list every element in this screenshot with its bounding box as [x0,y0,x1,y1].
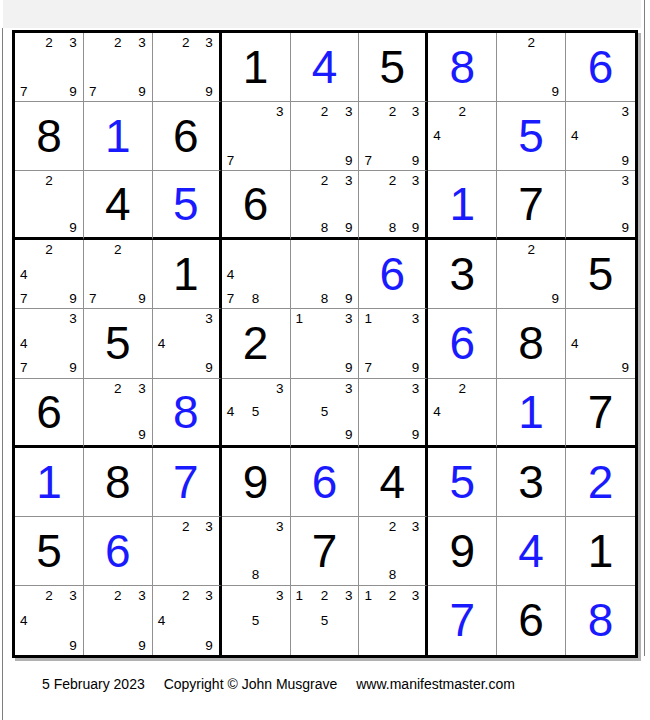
pencil-mark: 1 [360,310,372,326]
pencil-marks: 239 [292,103,358,169]
pencil-mark: 3 [345,172,358,188]
pencil-mark: 3 [412,172,425,188]
cell-r4c3[interactable]: 1 [153,240,222,309]
cell-value: 7 [428,586,496,655]
pencil-marks: 279 [85,241,151,307]
pencil-mark: 9 [138,428,151,444]
pencil-mark: 9 [69,292,82,308]
pencil-mark: 4 [154,614,166,628]
cell-r3c9[interactable]: 39 [566,171,635,240]
pencil-mark: 9 [412,221,425,237]
pencil-marks: 2389 [360,172,424,236]
pencil-mark: 9 [205,639,218,655]
cell-value: 6 [84,517,152,585]
cell-r2c5[interactable]: 239 [291,102,360,171]
cell-value: 6 [222,171,290,237]
cell-r9c9[interactable]: 8 [566,586,635,655]
pencil-mark: 3 [205,518,218,534]
pencil-marks: 123 [360,587,424,654]
cell-r2c2[interactable]: 1 [84,102,153,171]
cell-value: 5 [84,309,152,377]
cell-r5c5[interactable]: 139 [291,309,360,378]
pencil-mark: 2 [389,172,397,188]
cell-value: 1 [222,33,290,101]
pencil-marks: 24 [429,380,495,444]
pencil-mark: 9 [552,292,565,308]
pencil-mark: 5 [321,614,329,628]
cell-value: 6 [291,448,359,516]
pencil-marks: 2349 [16,587,82,654]
pencil-mark: 3 [412,103,425,119]
cell-r2c8[interactable]: 5 [497,102,566,171]
cell-value: 5 [153,171,219,237]
pencil-mark: 2 [527,34,535,50]
pencil-marks: 239 [154,34,218,100]
cell-r1c7[interactable]: 8 [428,33,497,102]
pencil-mark: 3 [69,587,82,603]
cell-value: 1 [153,240,219,308]
window-left-edge [2,28,3,720]
cell-r6c6[interactable]: 39 [359,379,428,448]
pencil-mark: 2 [321,103,329,119]
pencil-marks: 89 [292,241,358,307]
cell-r9c1[interactable]: 2349 [15,586,84,655]
cell-r2c4[interactable]: 37 [222,102,291,171]
pencil-mark: 8 [321,292,329,308]
cell-value: 5 [566,240,635,308]
cell-r2c9[interactable]: 349 [566,102,635,171]
pencil-mark: 9 [138,292,151,308]
pencil-marks: 3479 [16,310,82,376]
pencil-mark: 3 [345,380,358,396]
cell-r8c6[interactable]: 238 [359,517,428,586]
cell-value: 5 [497,102,565,170]
cell-r6c8[interactable]: 1 [497,379,566,448]
pencil-mark: 7 [360,361,372,377]
pencil-mark: 2 [45,587,53,603]
cell-r3c8[interactable]: 7 [497,171,566,240]
pencil-mark: 9 [412,154,425,170]
cell-r4c2[interactable]: 279 [84,240,153,309]
cell-value: 8 [84,448,152,516]
pencil-marks: 29 [16,172,82,236]
pencil-marks: 478 [223,241,289,307]
pencil-mark: 4 [223,268,235,282]
cell-value: 6 [359,240,425,308]
pencil-mark: 1 [292,310,304,326]
cell-value: 5 [15,517,83,585]
cell-r4c1[interactable]: 2479 [15,240,84,309]
cell-r4c9[interactable]: 5 [566,240,635,309]
pencil-marks: 349 [567,103,634,169]
pencil-mark: 3 [412,587,425,603]
cell-value: 7 [566,379,635,445]
pencil-mark: 4 [223,405,235,419]
pencil-mark: 9 [621,154,634,170]
footer-website: www.manifestmaster.com [356,676,515,692]
cell-r7c7[interactable]: 5 [428,448,497,517]
pencil-mark: 7 [360,154,372,170]
pencil-mark: 1 [360,587,372,603]
sudoku-board: 2379237923914582968163723923792453492945… [12,30,638,658]
cell-r1c4[interactable]: 1 [222,33,291,102]
cell-r6c1[interactable]: 6 [15,379,84,448]
pencil-mark: 3 [345,103,358,119]
cell-r1c9[interactable]: 6 [566,33,635,102]
pencil-mark: 9 [345,154,358,170]
cell-r6c5[interactable]: 359 [291,379,360,448]
pencil-mark: 9 [552,85,565,101]
cell-r3c3[interactable]: 5 [153,171,222,240]
pencil-mark: 2 [45,34,53,50]
pencil-mark: 2 [182,34,190,50]
cell-r3c1[interactable]: 29 [15,171,84,240]
cell-r7c2[interactable]: 8 [84,448,153,517]
pencil-marks: 35 [223,587,289,654]
pencil-mark: 8 [321,221,329,237]
cell-r8c1[interactable]: 5 [15,517,84,586]
pencil-mark: 1 [292,587,304,603]
pencil-marks: 39 [567,172,634,236]
cell-r5c8[interactable]: 8 [497,309,566,378]
cell-r1c3[interactable]: 239 [153,33,222,102]
cell-r4c7[interactable]: 3 [428,240,497,309]
cell-r1c5[interactable]: 4 [291,33,360,102]
pencil-mark: 7 [16,361,28,377]
cell-r8c4[interactable]: 38 [222,517,291,586]
cell-r9c6[interactable]: 123 [359,586,428,655]
pencil-mark: 9 [69,361,82,377]
pencil-mark: 2 [459,380,467,396]
pencil-mark: 8 [389,221,397,237]
pencil-mark: 3 [69,310,82,326]
cell-value: 9 [222,448,290,516]
cell-r7c5[interactable]: 6 [291,448,360,517]
pencil-mark: 4 [429,129,441,143]
pencil-mark: 2 [321,172,329,188]
cell-value: 4 [291,33,359,101]
cell-r7c3[interactable]: 7 [153,448,222,517]
cell-value: 7 [291,517,359,585]
pencil-marks: 1235 [292,587,358,654]
cell-r1c6[interactable]: 5 [359,33,428,102]
footer: 5 February 2023 Copyright © John Musgrav… [42,676,515,692]
pencil-mark: 3 [412,310,425,326]
pencil-mark: 2 [45,172,53,188]
pencil-marks: 29 [498,241,564,307]
cell-r1c8[interactable]: 29 [497,33,566,102]
pencil-marks: 2479 [16,241,82,307]
cell-value: 6 [428,309,496,377]
pencil-mark: 3 [345,587,358,603]
pencil-mark: 3 [138,34,151,50]
pencil-mark: 2 [114,380,122,396]
pencil-mark: 2 [389,518,397,534]
cell-value: 3 [497,448,565,516]
pencil-mark: 9 [345,428,358,444]
cell-r5c9[interactable]: 49 [566,309,635,378]
cell-r4c5[interactable]: 89 [291,240,360,309]
cell-r4c6[interactable]: 6 [359,240,428,309]
cell-value: 8 [428,33,496,101]
cell-r2c6[interactable]: 2379 [359,102,428,171]
cell-r6c9[interactable]: 7 [566,379,635,448]
cell-value: 8 [497,309,565,377]
cell-r9c4[interactable]: 35 [222,586,291,655]
pencil-mark: 2 [459,103,467,119]
cell-value: 2 [566,448,635,516]
cell-r8c2[interactable]: 6 [84,517,153,586]
pencil-marks: 238 [360,518,424,584]
pencil-mark: 3 [276,103,289,119]
pencil-mark: 9 [621,361,634,377]
window-right-edge [644,0,645,656]
cell-r7c8[interactable]: 3 [497,448,566,517]
pencil-marks: 349 [154,310,218,376]
pencil-mark: 3 [69,34,82,50]
cell-r9c3[interactable]: 2349 [153,586,222,655]
pencil-mark: 4 [16,268,28,282]
pencil-mark: 2 [45,241,53,257]
cell-value: 5 [428,448,496,516]
pencil-marks: 29 [498,34,564,100]
cell-value: 6 [15,379,83,445]
pencil-mark: 7 [85,85,97,101]
cell-r8c8[interactable]: 4 [497,517,566,586]
pencil-mark: 3 [205,310,218,326]
pencil-mark: 8 [389,568,397,584]
pencil-mark: 4 [16,337,28,351]
pencil-marks: 2379 [360,103,424,169]
pencil-mark: 9 [205,85,218,101]
pencil-marks: 37 [223,103,289,169]
cell-r8c3[interactable]: 23 [153,517,222,586]
cell-value: 1 [428,171,496,237]
pencil-mark: 7 [223,292,235,308]
pencil-marks: 2379 [16,34,82,100]
pencil-mark: 9 [345,361,358,377]
pencil-mark: 2 [321,587,329,603]
cell-r3c4[interactable]: 6 [222,171,291,240]
pencil-mark: 9 [345,221,358,237]
cell-value: 6 [566,33,635,101]
pencil-mark: 2 [527,241,535,257]
pencil-marks: 239 [85,587,151,654]
footer-copyright: Copyright © John Musgrave [164,676,338,692]
cell-r2c7[interactable]: 24 [428,102,497,171]
cell-r3c2[interactable]: 4 [84,171,153,240]
pencil-mark: 3 [205,587,218,603]
pencil-mark: 4 [567,337,579,351]
pencil-mark: 9 [69,221,82,237]
cell-value: 5 [359,33,425,101]
pencil-mark: 2 [114,587,122,603]
pencil-mark: 9 [205,361,218,377]
cell-r6c3[interactable]: 8 [153,379,222,448]
cell-r6c2[interactable]: 239 [84,379,153,448]
pencil-marks: 39 [360,380,424,444]
pencil-mark: 4 [429,405,441,419]
pencil-mark: 2 [182,518,190,534]
pencil-mark: 3 [345,310,358,326]
cell-value: 6 [497,586,565,655]
pencil-mark: 9 [69,639,82,655]
pencil-mark: 3 [412,518,425,534]
pencil-marks: 1379 [360,310,424,376]
cell-r1c2[interactable]: 2379 [84,33,153,102]
pencil-mark: 2 [389,587,397,603]
footer-date: 5 February 2023 [42,676,145,692]
cell-value: 1 [84,102,152,170]
pencil-mark: 3 [621,172,634,188]
cell-r5c2[interactable]: 5 [84,309,153,378]
pencil-mark: 3 [276,518,289,534]
cell-r3c6[interactable]: 2389 [359,171,428,240]
cell-value: 2 [222,309,290,377]
pencil-mark: 8 [252,568,260,584]
pencil-mark: 2 [182,587,190,603]
cell-r7c1[interactable]: 1 [15,448,84,517]
cell-value: 9 [428,517,496,585]
cell-r6c4[interactable]: 345 [222,379,291,448]
header-strip [3,0,641,28]
cell-value: 7 [497,171,565,237]
pencil-mark: 3 [138,380,151,396]
pencil-mark: 3 [621,103,634,119]
pencil-mark: 8 [252,292,260,308]
pencil-mark: 2 [114,241,122,257]
cell-r2c3[interactable]: 6 [153,102,222,171]
pencil-mark: 9 [69,85,82,101]
cell-r3c5[interactable]: 2389 [291,171,360,240]
cell-r3c7[interactable]: 1 [428,171,497,240]
pencil-mark: 3 [276,380,289,396]
pencil-marks: 359 [292,380,358,444]
pencil-mark: 7 [223,154,235,170]
pencil-marks: 23 [154,518,218,584]
pencil-mark: 7 [16,85,28,101]
pencil-marks: 345 [223,380,289,444]
cell-r9c8[interactable]: 6 [497,586,566,655]
pencil-mark: 5 [252,405,260,419]
pencil-mark: 3 [412,380,425,396]
cell-r7c9[interactable]: 2 [566,448,635,517]
cell-value: 6 [153,102,219,170]
cell-r2c1[interactable]: 8 [15,102,84,171]
pencil-mark: 4 [154,337,166,351]
pencil-marks: 2349 [154,587,218,654]
cell-r5c3[interactable]: 349 [153,309,222,378]
pencil-mark: 5 [252,614,260,628]
pencil-marks: 2389 [292,172,358,236]
pencil-mark: 9 [621,221,634,237]
cell-r4c8[interactable]: 29 [497,240,566,309]
pencil-marks: 24 [429,103,495,169]
cell-value: 8 [153,379,219,445]
cell-value: 7 [153,448,219,516]
cell-value: 1 [497,379,565,445]
pencil-mark: 9 [138,639,151,655]
pencil-mark: 9 [412,428,425,444]
pencil-mark: 9 [138,85,151,101]
pencil-marks: 139 [292,310,358,376]
cell-r8c7[interactable]: 9 [428,517,497,586]
pencil-mark: 4 [567,129,579,143]
pencil-mark: 5 [321,405,329,419]
pencil-mark: 2 [114,34,122,50]
cell-value: 4 [497,517,565,585]
cell-r7c4[interactable]: 9 [222,448,291,517]
pencil-mark: 9 [345,292,358,308]
cell-r9c5[interactable]: 1235 [291,586,360,655]
pencil-mark: 4 [16,614,28,628]
cell-value: 3 [428,240,496,308]
pencil-marks: 239 [85,380,151,444]
cell-r6c7[interactable]: 24 [428,379,497,448]
cell-r5c4[interactable]: 2 [222,309,291,378]
pencil-marks: 2379 [85,34,151,100]
cell-r9c2[interactable]: 239 [84,586,153,655]
cell-r7c6[interactable]: 4 [359,448,428,517]
cell-r8c9[interactable]: 1 [566,517,635,586]
cell-value: 8 [15,102,83,170]
cell-r5c6[interactable]: 1379 [359,309,428,378]
cell-r9c7[interactable]: 7 [428,586,497,655]
cell-r5c7[interactable]: 6 [428,309,497,378]
pencil-mark: 7 [85,292,97,308]
cell-r4c4[interactable]: 478 [222,240,291,309]
pencil-mark: 9 [412,361,425,377]
pencil-mark: 2 [389,103,397,119]
pencil-mark: 3 [205,34,218,50]
cell-value: 4 [359,448,425,516]
pencil-marks: 38 [223,518,289,584]
cell-r1c1[interactable]: 2379 [15,33,84,102]
cell-value: 1 [566,517,635,585]
pencil-mark: 3 [276,587,289,603]
cell-value: 4 [84,171,152,237]
cell-value: 1 [15,448,83,516]
cell-r8c5[interactable]: 7 [291,517,360,586]
cell-r5c1[interactable]: 3479 [15,309,84,378]
pencil-mark: 3 [138,587,151,603]
pencil-marks: 49 [567,310,634,376]
pencil-mark: 7 [16,292,28,308]
cell-value: 8 [566,586,635,655]
